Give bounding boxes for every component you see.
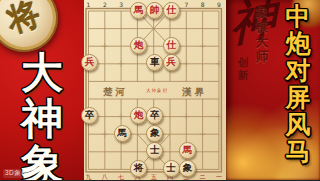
file-label-top: 2 (101, 1, 109, 8)
piece-char: 卒 (85, 111, 95, 120)
xiangqi-piece-red-仕[interactable]: 仕 (163, 37, 180, 54)
xiangqi-piece-black-象[interactable]: 象 (179, 160, 196, 177)
xiangqi-piece-red-炮[interactable]: 炮 (130, 37, 147, 54)
xiangqi-piece-red-馬[interactable]: 馬 (130, 2, 147, 19)
xiangqi-piece-red-馬[interactable]: 馬 (179, 142, 196, 159)
piece-char: 炮 (134, 41, 144, 50)
subtitle-vertical: 象棋大师 (254, 4, 270, 64)
title-char: 中 (282, 3, 314, 30)
title-char: 象 (254, 4, 270, 19)
piece-char: 仕 (166, 6, 176, 15)
title-char: 马 (282, 138, 314, 165)
title-char: 新 (236, 69, 250, 82)
piece-char: 卒 (150, 111, 160, 120)
xiangqi-piece-black-象[interactable]: 象 (146, 125, 163, 142)
file-label-top: 7 (182, 1, 190, 8)
file-label-bottom: 一 (215, 173, 223, 181)
xiangqi-piece-red-兵[interactable]: 兵 (163, 54, 180, 71)
xiangqi-board[interactable]: 123456789 九八七六五四三二一 楚河 漢界 大神象棋 馬帥仕炮仕兵車兵卒… (84, 0, 230, 180)
piece-char: 馬 (134, 6, 144, 15)
title-char: 对 (282, 57, 314, 84)
xiangqi-piece-black-士[interactable]: 士 (163, 160, 180, 177)
file-label-top: 1 (85, 1, 93, 8)
episode-title-vertical: 中炮对屏风马 (282, 3, 314, 165)
file-label-top: 9 (215, 1, 223, 8)
piece-char: 象 (183, 164, 193, 173)
xiangqi-piece-black-将[interactable]: 将 (130, 160, 147, 177)
channel-title-vertical: 大神象棋 (0, 50, 84, 180)
xiangqi-piece-black-馬[interactable]: 馬 (114, 125, 131, 142)
piece-char: 将 (134, 164, 144, 173)
title-char: 神 (0, 96, 84, 142)
piece-char: 帥 (150, 6, 160, 15)
file-label-bottom: 二 (199, 173, 207, 181)
file-label-top: 3 (117, 1, 125, 8)
piece-char: 兵 (85, 58, 95, 67)
file-label-bottom: 九 (85, 173, 93, 181)
xiangqi-piece-red-帥[interactable]: 帥 (146, 2, 163, 19)
decorative-piece-char: 将 (2, 0, 46, 44)
piece-char: 馬 (183, 146, 193, 155)
xiangqi-piece-red-仕[interactable]: 仕 (163, 2, 180, 19)
title-char: 师 (254, 49, 270, 64)
xiangqi-piece-red-炮[interactable]: 炮 (130, 107, 147, 124)
title-char: 创 (236, 56, 250, 69)
left-title-panel: 将 大神象棋 3D象棋 (0, 0, 86, 180)
title-char: 大 (254, 34, 270, 49)
file-label-top: 8 (199, 1, 207, 8)
title-char: 棋 (254, 19, 270, 34)
xiangqi-piece-black-卒[interactable]: 卒 (81, 107, 98, 124)
piece-char: 車 (150, 58, 160, 67)
title-char: 炮 (282, 30, 314, 57)
video-thumbnail[interactable]: 将 大神象棋 3D象棋 (0, 0, 320, 180)
piece-char: 兵 (166, 58, 176, 67)
piece-char: 炮 (134, 111, 144, 120)
piece-char: 馬 (117, 129, 127, 138)
title-char: 屏 (282, 84, 314, 111)
title-char: 风 (282, 111, 314, 138)
river-watermark: 大神象棋 (146, 88, 168, 93)
piece-char: 仕 (166, 41, 176, 50)
subtitle2-vertical: 创新 (236, 56, 250, 82)
piece-char: 象 (150, 129, 160, 138)
right-title-panel: 神 象棋大师 创新 中炮对屏风马 (226, 0, 320, 180)
file-label-bottom: 七 (117, 173, 125, 181)
piece-char: 士 (166, 164, 176, 173)
file-label-bottom: 五 (150, 173, 158, 181)
river-label-han: 漢界 (182, 86, 207, 99)
piece-char: 士 (150, 146, 160, 155)
file-label-bottom: 八 (101, 173, 109, 181)
title-char: 大 (0, 50, 84, 96)
watermark-logo: 3D象棋 (3, 169, 30, 178)
river-label-chu: 楚河 (103, 86, 128, 99)
